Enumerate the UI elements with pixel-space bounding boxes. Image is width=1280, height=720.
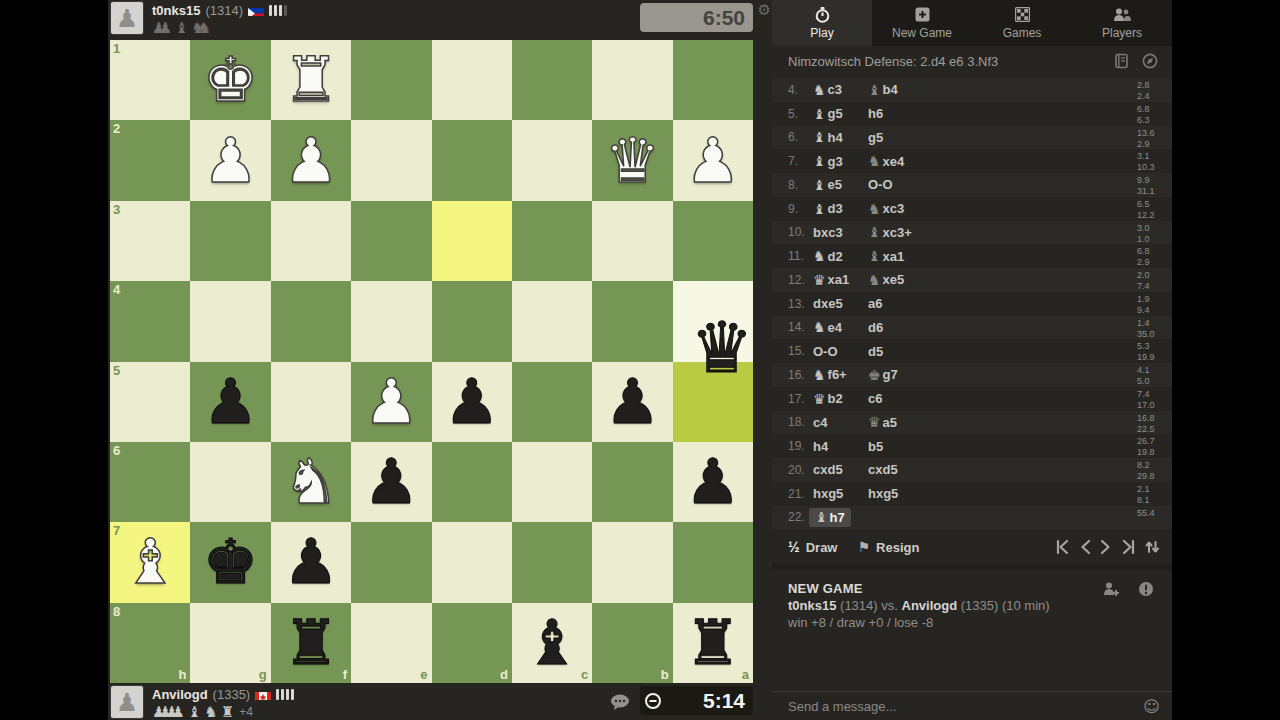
players-icon bbox=[1113, 7, 1131, 23]
square-d7[interactable] bbox=[432, 522, 512, 602]
player-top-rating: (1314) bbox=[205, 3, 243, 18]
settings-gear-icon[interactable]: ⚙ bbox=[758, 1, 771, 19]
tab-players[interactable]: Players bbox=[1072, 0, 1172, 46]
philippines-flag-icon bbox=[248, 5, 264, 16]
black-pawn[interactable]: ♟ bbox=[351, 442, 431, 522]
black-pawn[interactable]: ♟ bbox=[432, 362, 512, 442]
square-e6[interactable]: ♟ bbox=[351, 442, 431, 522]
move-row-20: 20.cxd5cxd58.229.8 bbox=[772, 458, 1172, 482]
white-rook[interactable]: ♜ bbox=[271, 40, 351, 120]
explorer-compass-icon[interactable] bbox=[1142, 53, 1158, 72]
move-row-4: 4.♞c3♝b42.82.4 bbox=[772, 78, 1172, 102]
move-row-15: 15.O-Od55.319.9 bbox=[772, 339, 1172, 363]
move-piece-icon: ♞ bbox=[868, 202, 881, 216]
square-c7[interactable] bbox=[512, 522, 592, 602]
black-move-10[interactable]: ♝xc3+ bbox=[868, 225, 912, 240]
player-bottom-rating: (1335) bbox=[213, 687, 251, 702]
white-knight[interactable]: ♞ bbox=[271, 442, 351, 522]
app-window: ♟ t0nks15 (1314) ♟♟♝♞♞ 6:50 ⚙ 1♚♜2♟♟♛♟34… bbox=[0, 0, 1280, 720]
square-f4[interactable] bbox=[271, 281, 351, 361]
square-f5[interactable] bbox=[271, 362, 351, 442]
rank-label-8: 8 bbox=[113, 604, 120, 619]
captured-group: ♝ bbox=[188, 705, 194, 719]
connection-bars-icon bbox=[276, 689, 294, 700]
square-a2[interactable]: ♟ bbox=[673, 120, 753, 200]
opening-name: Nimzowitsch Defense: 2.d4 e6 3.Nf3 bbox=[772, 46, 1172, 77]
move-number: 14. bbox=[788, 320, 813, 334]
square-d6[interactable] bbox=[432, 442, 512, 522]
black-pawn[interactable]: ♟ bbox=[673, 442, 753, 522]
move-number: 7. bbox=[788, 154, 813, 168]
player-top: ♟ t0nks15 (1314) ♟♟♝♞♞ 6:50 ⚙ bbox=[108, 0, 772, 40]
previous-move-button[interactable] bbox=[1078, 539, 1092, 555]
square-a1[interactable] bbox=[673, 40, 753, 120]
square-f2[interactable]: ♟ bbox=[271, 120, 351, 200]
square-c4[interactable] bbox=[512, 281, 592, 361]
square-e5[interactable]: ♟ bbox=[351, 362, 431, 442]
move-row-18: 18.c4♛a516.822.5 bbox=[772, 411, 1172, 435]
square-a7[interactable] bbox=[673, 522, 753, 602]
white-move-17[interactable]: ♛b2 bbox=[813, 391, 843, 406]
nav-tabs: Play New Game Games Players bbox=[772, 0, 1172, 46]
square-h5[interactable]: 5 bbox=[110, 362, 190, 442]
checkerboard-icon bbox=[1015, 7, 1030, 23]
captured-pieces-top: ♟♟♝♞♞ bbox=[152, 20, 287, 36]
square-a4[interactable] bbox=[673, 281, 753, 361]
square-g7[interactable]: ♚ bbox=[190, 522, 270, 602]
move-piece-icon: ♝ bbox=[868, 83, 881, 97]
square-e7[interactable] bbox=[351, 522, 431, 602]
move-row-22: 22.♝h755.4 bbox=[772, 506, 1172, 530]
black-move-4[interactable]: ♝b4 bbox=[868, 82, 898, 97]
draw-button[interactable]: ½ Draw bbox=[788, 539, 837, 555]
rank-label-5: 5 bbox=[113, 363, 120, 378]
black-move-13[interactable]: a6 bbox=[868, 296, 882, 311]
connection-bars-icon bbox=[269, 5, 287, 16]
white-move-15[interactable]: O-O bbox=[813, 344, 838, 359]
chat-input[interactable] bbox=[772, 698, 1143, 715]
black-move-14[interactable]: d6 bbox=[868, 320, 883, 335]
square-a8[interactable]: a♜ bbox=[673, 603, 753, 683]
rank-label-3: 3 bbox=[113, 202, 120, 217]
move-number: 18. bbox=[788, 415, 813, 429]
square-b3[interactable] bbox=[592, 201, 672, 281]
black-move-15[interactable]: d5 bbox=[868, 344, 883, 359]
square-d4[interactable] bbox=[432, 281, 512, 361]
chat-bubble-icon[interactable] bbox=[610, 693, 632, 711]
square-c6[interactable] bbox=[512, 442, 592, 522]
avatar-bottom[interactable]: ♟ bbox=[110, 685, 144, 719]
rank-label-6: 6 bbox=[113, 443, 120, 458]
tab-new-game[interactable]: New Game bbox=[872, 0, 972, 46]
tab-play[interactable]: Play bbox=[772, 0, 872, 46]
square-b6[interactable] bbox=[592, 442, 672, 522]
square-f6[interactable]: ♞ bbox=[271, 442, 351, 522]
move-row-21: 21.hxg5hxg52.18.1 bbox=[772, 482, 1172, 506]
square-c2[interactable] bbox=[512, 120, 592, 200]
square-g2[interactable]: ♟ bbox=[190, 120, 270, 200]
move-number: 15. bbox=[788, 344, 813, 358]
square-a6[interactable]: ♟ bbox=[673, 442, 753, 522]
move-number: 4. bbox=[788, 83, 813, 97]
white-move-22[interactable]: ♝h7 bbox=[809, 508, 851, 527]
file-label-b: b bbox=[661, 667, 669, 682]
material-advantage: +4 bbox=[239, 705, 253, 719]
move-piece-icon: ♝ bbox=[813, 130, 826, 144]
captured-group: ♟♟♟♟ bbox=[152, 705, 178, 719]
square-f1[interactable]: ♜ bbox=[271, 40, 351, 120]
avatar-top[interactable]: ♟ bbox=[110, 1, 144, 35]
move-list: 4.♞c3♝b42.82.45.♝g5h66.86.36.♝h4g513.62.… bbox=[772, 78, 1172, 530]
white-move-10[interactable]: bxc3 bbox=[813, 225, 843, 240]
black-move-17[interactable]: c6 bbox=[868, 391, 882, 406]
square-b1[interactable] bbox=[592, 40, 672, 120]
pawn-avatar-icon: ♟ bbox=[116, 688, 138, 717]
black-move-7[interactable]: ♞xe4 bbox=[868, 154, 904, 169]
square-f8[interactable]: f♜ bbox=[271, 603, 351, 683]
new-game-section: NEW GAME t0nks15 (1314) vs. Anvilogd (13… bbox=[772, 575, 1172, 630]
white-move-14[interactable]: ♞e4 bbox=[813, 320, 842, 335]
square-g4[interactable] bbox=[190, 281, 270, 361]
black-pawn[interactable]: ♟ bbox=[271, 522, 351, 602]
move-row-11: 11.♞d2♝xa16.82.9 bbox=[772, 244, 1172, 268]
black-move-19[interactable]: b5 bbox=[868, 439, 883, 454]
move-number: 12. bbox=[788, 273, 813, 287]
move-row-9: 9.♝d3♞xc36.512.2 bbox=[772, 197, 1172, 221]
square-c5[interactable] bbox=[512, 362, 592, 442]
emoji-smiley-icon[interactable]: ☺ bbox=[1143, 697, 1160, 716]
move-number: 13. bbox=[788, 297, 813, 311]
move-row-7: 7.♝g3♞xe43.110.3 bbox=[772, 149, 1172, 173]
square-e4[interactable] bbox=[351, 281, 431, 361]
white-pawn[interactable]: ♟ bbox=[271, 120, 351, 200]
square-g6[interactable] bbox=[190, 442, 270, 522]
white-move-13[interactable]: dxe5 bbox=[813, 296, 843, 311]
move-piece-icon: ♝ bbox=[813, 154, 826, 168]
square-d8[interactable]: d bbox=[432, 603, 512, 683]
plus-square-icon bbox=[915, 7, 930, 23]
move-number: 8. bbox=[788, 178, 813, 192]
resign-flag-icon: ⚑ bbox=[857, 539, 870, 555]
captured-group: ♜ bbox=[221, 705, 227, 719]
black-move-12[interactable]: ♞xe5 bbox=[868, 272, 904, 287]
file-label-h: h bbox=[178, 667, 186, 682]
square-b2[interactable]: ♛ bbox=[592, 120, 672, 200]
square-g8[interactable]: g bbox=[190, 603, 270, 683]
move-number: 20. bbox=[788, 463, 813, 477]
move-piece-icon: ♛ bbox=[868, 415, 881, 429]
move-number: 11. bbox=[788, 249, 813, 263]
square-e1[interactable] bbox=[351, 40, 431, 120]
move-piece-icon: ♝ bbox=[813, 178, 826, 192]
rank-label-2: 2 bbox=[113, 121, 120, 136]
square-a5[interactable] bbox=[673, 362, 753, 442]
chat-bar: ☺ bbox=[772, 691, 1172, 720]
captured-pieces-bottom: ♟♟♟♟♝♞♜+4 bbox=[152, 704, 294, 720]
black-king[interactable]: ♚ bbox=[190, 522, 270, 602]
move-row-5: 5.♝g5h66.86.3 bbox=[772, 102, 1172, 126]
move-piece-icon: ♞ bbox=[868, 273, 881, 287]
square-h6[interactable]: 6 bbox=[110, 442, 190, 522]
move-piece-icon: ♝ bbox=[868, 249, 881, 263]
file-label-d: d bbox=[500, 667, 508, 682]
game-controls: ½ Draw ⚑ Resign bbox=[772, 531, 1172, 570]
clock-running-icon bbox=[644, 692, 662, 710]
white-pawn[interactable]: ♟ bbox=[351, 362, 431, 442]
black-move-11[interactable]: ♝xa1 bbox=[868, 249, 904, 264]
move-row-10: 10.bxc3♝xc3+3.01.0 bbox=[772, 221, 1172, 245]
black-pawn[interactable]: ♟ bbox=[592, 362, 672, 442]
square-d2[interactable] bbox=[432, 120, 512, 200]
square-h1[interactable]: 1 bbox=[110, 40, 190, 120]
black-move-5[interactable]: h6 bbox=[868, 106, 883, 121]
white-move-18[interactable]: c4 bbox=[813, 415, 827, 430]
black-move-21[interactable]: hxg5 bbox=[868, 486, 898, 501]
square-b5[interactable]: ♟ bbox=[592, 362, 672, 442]
next-move-button[interactable] bbox=[1099, 539, 1113, 555]
move-piece-icon: ♛ bbox=[813, 392, 826, 406]
move-piece-icon: ♞ bbox=[813, 368, 826, 382]
go-to-end-button[interactable] bbox=[1120, 539, 1137, 555]
player-top-name[interactable]: t0nks15 bbox=[152, 3, 200, 18]
white-king[interactable]: ♚ bbox=[190, 40, 270, 120]
black-pawn[interactable]: ♟ bbox=[190, 362, 270, 442]
file-label-e: e bbox=[420, 667, 427, 682]
white-move-8[interactable]: ♝e5 bbox=[813, 177, 842, 192]
move-piece-icon: ♝ bbox=[813, 202, 826, 216]
rank-label-1: 1 bbox=[113, 41, 120, 56]
canada-flag-icon bbox=[255, 689, 271, 700]
player-bottom-name[interactable]: Anvilogd bbox=[152, 687, 208, 702]
square-d5[interactable]: ♟ bbox=[432, 362, 512, 442]
stopwatch-icon bbox=[815, 7, 830, 23]
move-row-19: 19.h4b526.719.8 bbox=[772, 434, 1172, 458]
black-move-8[interactable]: O-O bbox=[868, 177, 893, 192]
square-e3[interactable] bbox=[351, 201, 431, 281]
move-piece-icon: ♞ bbox=[813, 320, 826, 334]
white-move-9[interactable]: ♝d3 bbox=[813, 201, 843, 216]
square-b4[interactable] bbox=[592, 281, 672, 361]
move-row-13: 13.dxe5a61.99.4 bbox=[772, 292, 1172, 316]
move-row-6: 6.♝h4g513.62.9 bbox=[772, 126, 1172, 150]
clock-bottom: 5:14 bbox=[640, 686, 753, 715]
move-piece-icon: ♛ bbox=[813, 273, 826, 287]
square-a3[interactable] bbox=[673, 201, 753, 281]
opening-book-icon[interactable] bbox=[1114, 53, 1130, 72]
move-number: 9. bbox=[788, 202, 813, 216]
square-g3[interactable] bbox=[190, 201, 270, 281]
board-column: ♟ t0nks15 (1314) ♟♟♝♞♞ 6:50 ⚙ 1♚♜2♟♟♛♟34… bbox=[108, 0, 772, 720]
black-rook[interactable]: ♜ bbox=[673, 603, 753, 683]
white-queen[interactable]: ♛ bbox=[592, 120, 672, 200]
flip-board-button[interactable] bbox=[1144, 539, 1160, 555]
file-label-g: g bbox=[259, 667, 267, 682]
square-d1[interactable] bbox=[432, 40, 512, 120]
captured-group: ♟♟ bbox=[152, 21, 165, 35]
move-number: 21. bbox=[788, 487, 813, 501]
clock-top: 6:50 bbox=[640, 3, 753, 32]
chess-board[interactable]: 1♚♜2♟♟♛♟345♟♟♟♟6♞♟♟7♝♚♟8hgf♜edc♝ba♜♛ bbox=[110, 40, 753, 683]
move-piece-icon: ♝ bbox=[813, 107, 826, 121]
report-icon[interactable] bbox=[1138, 581, 1154, 601]
move-number: 19. bbox=[788, 439, 813, 453]
white-pawn[interactable]: ♟ bbox=[190, 120, 270, 200]
move-number: 6. bbox=[788, 130, 813, 144]
move-piece-icon: ♞ bbox=[868, 154, 881, 168]
white-move-19[interactable]: h4 bbox=[813, 439, 828, 454]
square-h8[interactable]: 8h bbox=[110, 603, 190, 683]
move-row-16: 16.♞f6+♚g74.15.0 bbox=[772, 363, 1172, 387]
move-number: 17. bbox=[788, 392, 813, 406]
black-move-16[interactable]: ♚g7 bbox=[868, 367, 898, 382]
captured-group: ♞ bbox=[204, 705, 210, 719]
move-piece-icon: ♝ bbox=[815, 510, 828, 524]
white-move-21[interactable]: hxg5 bbox=[813, 486, 843, 501]
move-number: 10. bbox=[788, 225, 813, 239]
black-rook[interactable]: ♜ bbox=[271, 603, 351, 683]
square-g1[interactable]: ♚ bbox=[190, 40, 270, 120]
rank-label-4: 4 bbox=[113, 282, 120, 297]
square-e2[interactable] bbox=[351, 120, 431, 200]
square-c8[interactable]: c♝ bbox=[512, 603, 592, 683]
white-pawn[interactable]: ♟ bbox=[673, 120, 753, 200]
white-move-16[interactable]: ♞f6+ bbox=[813, 367, 847, 382]
black-move-6[interactable]: g5 bbox=[868, 130, 883, 145]
tab-games[interactable]: Games bbox=[972, 0, 1072, 46]
move-row-14: 14.♞e4d61.435.0 bbox=[772, 316, 1172, 340]
square-f3[interactable] bbox=[271, 201, 351, 281]
go-to-start-button[interactable] bbox=[1054, 539, 1071, 555]
white-move-12[interactable]: ♛xa1 bbox=[813, 272, 849, 287]
move-piece-icon: ♝ bbox=[868, 225, 881, 239]
move-row-8: 8.♝e5O-O9.931.1 bbox=[772, 173, 1172, 197]
white-move-6[interactable]: ♝h4 bbox=[813, 130, 843, 145]
square-b7[interactable] bbox=[592, 522, 672, 602]
captured-group: ♝ bbox=[175, 21, 181, 35]
square-g5[interactable]: ♟ bbox=[190, 362, 270, 442]
black-bishop[interactable]: ♝ bbox=[512, 603, 592, 683]
resign-button[interactable]: ⚑ Resign bbox=[857, 539, 919, 555]
player-bottom: ♟ Anvilogd (1335) ♟♟♟♟♝♞♜+4 bbox=[108, 684, 772, 720]
square-c1[interactable] bbox=[512, 40, 592, 120]
move-row-12: 12.♛xa1♞xe52.07.4 bbox=[772, 268, 1172, 292]
square-h4[interactable]: 4 bbox=[110, 281, 190, 361]
move-number: 5. bbox=[788, 107, 813, 121]
square-h7[interactable]: 7♝ bbox=[110, 522, 190, 602]
square-h2[interactable]: 2 bbox=[110, 120, 190, 200]
stakes-line: win +8 / draw +0 / lose -8 bbox=[788, 615, 1172, 630]
black-move-18[interactable]: ♛a5 bbox=[868, 415, 897, 430]
white-move-4[interactable]: ♞c3 bbox=[813, 82, 842, 97]
add-friend-icon[interactable] bbox=[1102, 581, 1120, 601]
white-bishop[interactable]: ♝ bbox=[110, 522, 190, 602]
captured-group: ♞♞ bbox=[191, 21, 204, 35]
black-move-20[interactable]: cxd5 bbox=[868, 462, 898, 477]
square-b8[interactable]: b bbox=[592, 603, 672, 683]
white-move-5[interactable]: ♝g5 bbox=[813, 106, 843, 121]
square-e8[interactable]: e bbox=[351, 603, 431, 683]
move-row-17: 17.♛b2c67.417.0 bbox=[772, 387, 1172, 411]
white-move-20[interactable]: cxd5 bbox=[813, 462, 843, 477]
side-panel: Play New Game Games Players bbox=[772, 0, 1172, 720]
move-piece-icon: ♞ bbox=[813, 249, 826, 263]
half-point-icon: ½ bbox=[788, 539, 800, 555]
black-move-9[interactable]: ♞xc3 bbox=[868, 201, 904, 216]
white-move-7[interactable]: ♝g3 bbox=[813, 154, 843, 169]
pawn-avatar-icon: ♟ bbox=[116, 4, 138, 33]
square-d3[interactable] bbox=[432, 201, 512, 281]
move-number: 16. bbox=[788, 368, 813, 382]
square-f7[interactable]: ♟ bbox=[271, 522, 351, 602]
white-move-11[interactable]: ♞d2 bbox=[813, 249, 843, 264]
square-h3[interactable]: 3 bbox=[110, 201, 190, 281]
square-c3[interactable] bbox=[512, 201, 592, 281]
move-piece-icon: ♚ bbox=[868, 368, 881, 382]
move-piece-icon: ♞ bbox=[813, 83, 826, 97]
